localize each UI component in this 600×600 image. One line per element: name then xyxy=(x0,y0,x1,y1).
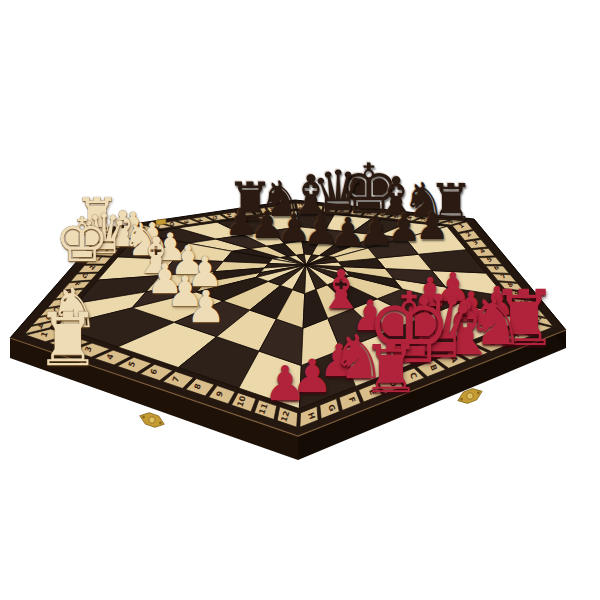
brass-clasp xyxy=(138,410,166,430)
coordinate-label: 12 xyxy=(297,202,304,210)
coordinate-label: 11 xyxy=(311,203,318,211)
product-photo-stage: 123456789101112HGFEDCBAIJKL1211109876543… xyxy=(0,0,600,600)
three-player-chess-board: 123456789101112HGFEDCBAIJKL1211109876543… xyxy=(0,0,600,600)
coordinate-label: 10 xyxy=(325,205,332,213)
coordinate-label: B xyxy=(140,226,147,231)
brass-hinge xyxy=(156,219,167,225)
